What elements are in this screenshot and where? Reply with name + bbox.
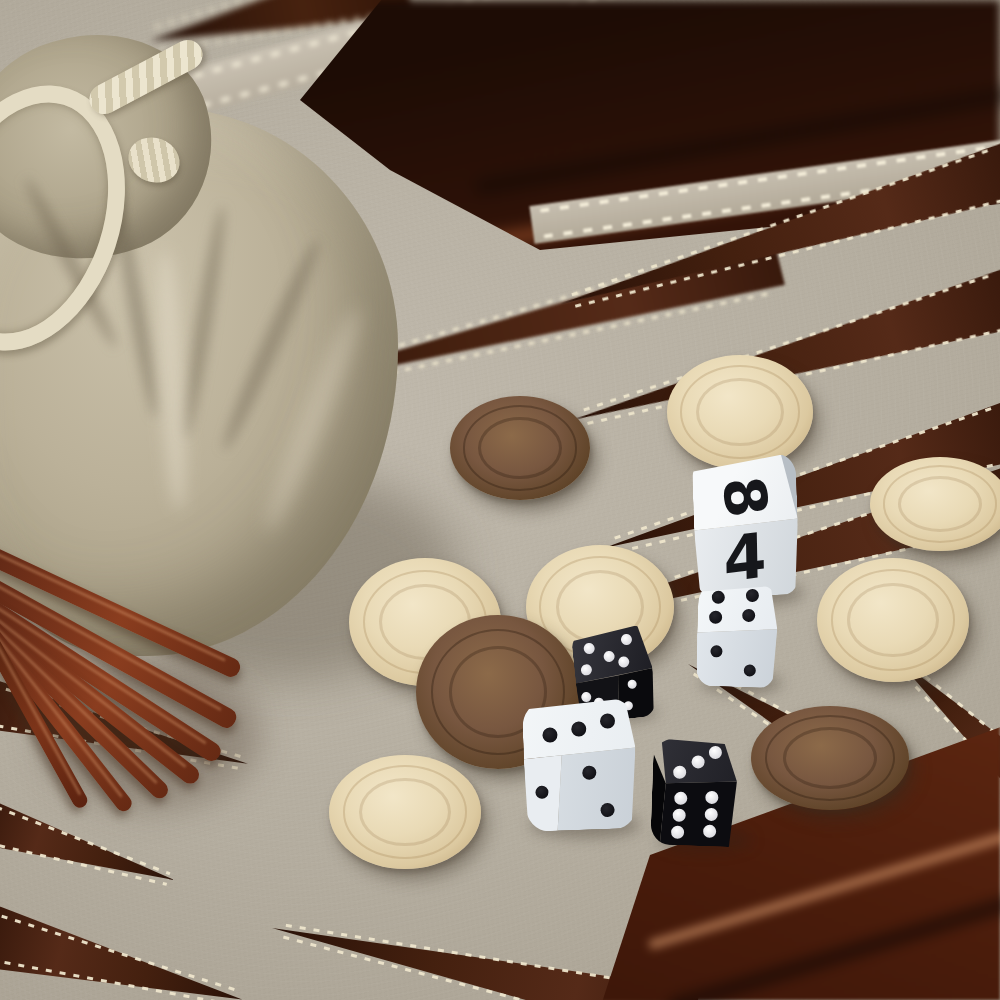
backgammon-photo-scene: 8 4 — [0, 0, 1000, 1000]
bottom-rail-dark-streak — [666, 882, 1000, 1000]
cube-front-number: 4 — [723, 524, 767, 592]
checker-light[interactable] — [817, 558, 969, 682]
black-die-2[interactable] — [650, 738, 750, 847]
white-die-1[interactable] — [695, 584, 779, 689]
checker-dark[interactable] — [450, 396, 590, 500]
checker-light[interactable] — [870, 457, 1000, 551]
checker-light[interactable] — [667, 355, 813, 469]
doubling-cube[interactable]: 8 4 — [692, 454, 801, 598]
checker-dark[interactable] — [751, 706, 909, 810]
checker-light[interactable] — [329, 755, 481, 869]
white-die-2[interactable] — [522, 698, 638, 832]
cube-top-number: 8 — [713, 473, 776, 521]
